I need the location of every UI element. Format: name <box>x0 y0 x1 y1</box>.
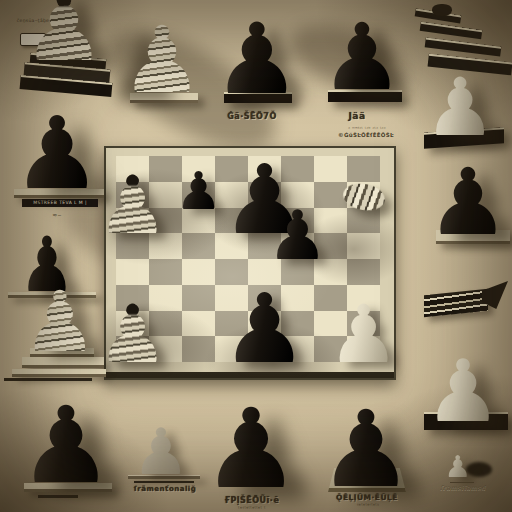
display-pawn-right-lower-icon: ♟ <box>424 348 501 434</box>
stack-knob <box>432 4 452 16</box>
square-e3 <box>248 285 281 311</box>
square-g3 <box>314 285 347 311</box>
square-a6 <box>116 208 149 234</box>
caption-bottom-center: ҒPļŠĒŌŨī·ē <box>225 496 280 505</box>
square-h7 <box>347 182 380 208</box>
display-pawn-left-lower-icon: ♟ <box>22 280 97 364</box>
square-a1 <box>116 336 149 362</box>
square-g2 <box>314 311 347 337</box>
caption-squiggle: ≈‒ <box>52 211 61 218</box>
display-pawn-ghost-icon: ♟ <box>132 420 189 484</box>
square-h3 <box>347 285 380 311</box>
square-b1 <box>149 336 182 362</box>
square-b3 <box>149 285 182 311</box>
square-e4 <box>248 259 281 285</box>
square-c4 <box>182 259 215 285</box>
square-e8 <box>248 156 281 182</box>
square-b8 <box>149 156 182 182</box>
square-d4 <box>215 259 248 285</box>
display-pawn-top-right-icon: ♟ <box>321 12 403 104</box>
square-e6 <box>248 208 281 234</box>
square-d1 <box>215 336 248 362</box>
square-h1 <box>347 336 380 362</box>
caption-top-center: Ġä·ŠĒÖ7Ŏ <box>227 112 276 121</box>
square-b6 <box>149 208 182 234</box>
square-d7 <box>215 182 248 208</box>
square-a8 <box>116 156 149 182</box>
square-f5 <box>281 233 314 259</box>
display-pawn-top-left-icon: ♟ <box>23 0 105 75</box>
display-pawn-bottom-left-icon: ♟ <box>18 393 113 499</box>
display-pawn-bottom-center-icon: ♟ <box>202 394 301 504</box>
square-e7 <box>248 182 281 208</box>
square-e1 <box>248 336 281 362</box>
caption-ghost-pawn: ſrämenťonaliğ <box>134 485 196 493</box>
plank-stack <box>420 22 483 40</box>
display-pawn-right-mid-icon: ♟ <box>427 157 509 249</box>
caption-top-right-sub1: ᵃ ᵐᵉᵈᵃᵗ ᵗᵃᵇ ᵃᵗᵃ ᵗᵃᵃ <box>348 126 386 131</box>
square-f3 <box>281 285 314 311</box>
display-pawn-right-upper-icon: ♟ <box>424 68 496 148</box>
square-b2 <box>149 311 182 337</box>
square-c2 <box>182 311 215 337</box>
square-g1 <box>314 336 347 362</box>
square-h2 <box>347 311 380 337</box>
square-b5 <box>149 233 182 259</box>
display-pawn-top-center-dark-icon: ♟ <box>213 10 301 108</box>
square-e5 <box>248 233 281 259</box>
square-g8 <box>314 156 347 182</box>
display-pawn-top-center-light-icon: ♟ <box>121 15 203 107</box>
square-d3 <box>215 285 248 311</box>
square-d6 <box>215 208 248 234</box>
illustration-canvas: ♟♟♟♟♟♟♟ čeṉsūa‒ṯãḇe ♟ ♟ ♟ Ġä·ŠĒÖ7Ŏ ♟ Jää… <box>0 0 512 512</box>
square-f7 <box>281 182 314 208</box>
square-d8 <box>215 156 248 182</box>
square-c6 <box>182 208 215 234</box>
square-a7 <box>116 182 149 208</box>
square-h5 <box>347 233 380 259</box>
square-a3 <box>116 285 149 311</box>
square-c8 <box>182 156 215 182</box>
square-c1 <box>182 336 215 362</box>
square-f2 <box>281 311 314 337</box>
square-g7 <box>314 182 347 208</box>
caption-top-right-sub2: ©ĠŭŠĿŌĒſĒĒŌŠĿ <box>338 132 394 138</box>
display-pawn-bottom-right-icon: ♟ <box>318 397 413 503</box>
square-g4 <box>314 259 347 285</box>
square-c7 <box>182 182 215 208</box>
tiny-pawn-icon: ♟ <box>445 452 472 482</box>
square-e2 <box>248 311 281 337</box>
caption-tiny-pawn: ſramsiïamsd <box>440 484 486 492</box>
square-a2 <box>116 311 149 337</box>
square-f8 <box>281 156 314 182</box>
caption-bottom-right-sub: ˢᵉᵗᵉᵗᵉʳᵗᵉᵗᵃ <box>357 502 380 508</box>
square-c3 <box>182 285 215 311</box>
square-f6 <box>281 208 314 234</box>
shelf-edge <box>4 378 92 381</box>
caption-bottom-right: ǬĒĻļŪM·ĒŪĻĒ <box>336 493 398 502</box>
caption-top-right: Jää <box>349 111 366 121</box>
square-g6 <box>314 208 347 234</box>
square-d5 <box>215 233 248 259</box>
square-a5 <box>116 233 149 259</box>
plank-arrow <box>424 289 488 318</box>
square-b7 <box>149 182 182 208</box>
shelf-edge <box>450 482 474 483</box>
square-f1 <box>281 336 314 362</box>
square-h6 <box>347 208 380 234</box>
square-g5 <box>314 233 347 259</box>
square-b4 <box>149 259 182 285</box>
display-pawn-left-upper-icon: ♟ <box>12 104 102 204</box>
square-h4 <box>347 259 380 285</box>
caption-strip-left: MSTREEB TEVA L M | BRMEEETEM– <box>22 199 98 207</box>
chessboard-grid <box>116 156 380 362</box>
square-c5 <box>182 233 215 259</box>
square-f4 <box>281 259 314 285</box>
square-d2 <box>215 311 248 337</box>
chessboard <box>104 146 396 380</box>
square-h8 <box>347 156 380 182</box>
square-a4 <box>116 259 149 285</box>
caption-bottom-center-sub: ᵗᵉˢᵗᵉᵗᵗᵉᵗᵗᵉᵗ ᵗ <box>238 505 266 511</box>
